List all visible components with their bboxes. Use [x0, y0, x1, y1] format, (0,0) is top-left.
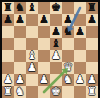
square-g3[interactable] [74, 62, 86, 74]
square-h6[interactable] [86, 26, 98, 38]
square-b2[interactable]: ♟ [14, 74, 26, 86]
square-c7[interactable] [26, 14, 38, 26]
square-h3[interactable] [86, 62, 98, 74]
square-b8[interactable]: ♞ [14, 2, 26, 14]
piece-white-pawn[interactable]: ♟ [51, 50, 61, 62]
square-h2[interactable]: ♟ [86, 74, 98, 86]
square-e7[interactable] [50, 14, 62, 26]
piece-white-pawn[interactable]: ♟ [75, 74, 85, 86]
piece-white-king[interactable]: ♚ [51, 86, 61, 98]
piece-black-rook[interactable]: ♜ [87, 2, 97, 14]
square-a2[interactable]: ♟ [2, 74, 14, 86]
square-c3[interactable]: ♟ [26, 62, 38, 74]
square-h5[interactable] [86, 38, 98, 50]
piece-black-knight[interactable]: ♞ [15, 2, 25, 14]
square-f1[interactable] [62, 86, 74, 98]
square-e2[interactable] [50, 74, 62, 86]
square-c6[interactable] [26, 26, 38, 38]
square-c5[interactable] [26, 38, 38, 50]
square-d7[interactable]: ♟ [38, 14, 50, 26]
square-d2[interactable]: ♟ [38, 74, 50, 86]
square-g2[interactable]: ♟ [74, 74, 86, 86]
piece-white-pawn[interactable]: ♟ [3, 74, 13, 86]
square-d5[interactable] [38, 38, 50, 50]
square-c1[interactable] [26, 86, 38, 98]
square-a6[interactable] [2, 26, 14, 38]
square-f3[interactable]: ♛ [62, 62, 74, 74]
piece-black-knight[interactable]: ♞ [63, 26, 73, 38]
square-a3[interactable] [2, 62, 14, 74]
square-a8[interactable]: ♜ [2, 2, 14, 14]
piece-white-knight[interactable]: ♞ [63, 74, 73, 86]
square-c2[interactable] [26, 74, 38, 86]
square-f7[interactable]: ♟ [62, 14, 74, 26]
piece-black-pawn[interactable]: ♟ [75, 26, 85, 38]
piece-black-rook[interactable]: ♜ [3, 2, 13, 14]
square-e6[interactable]: ♟ [50, 26, 62, 38]
chess-board: ♜♞♝♚♜♟♟♟♟♟♟♞♟♝♝♟♟♛♟♟♟♞♟♟♜♞♚♜ [2, 2, 98, 98]
square-g4[interactable] [74, 50, 86, 62]
square-e1[interactable]: ♚ [50, 86, 62, 98]
square-g1[interactable] [74, 86, 86, 98]
square-g7[interactable] [74, 14, 86, 26]
piece-white-bishop[interactable]: ♝ [27, 50, 37, 62]
piece-black-pawn[interactable]: ♟ [87, 14, 97, 26]
square-f6[interactable]: ♞ [62, 26, 74, 38]
square-d4[interactable] [38, 50, 50, 62]
piece-white-rook[interactable]: ♜ [87, 86, 97, 98]
piece-white-pawn[interactable]: ♟ [27, 62, 37, 74]
square-f5[interactable] [62, 38, 74, 50]
piece-white-queen[interactable]: ♛ [63, 62, 73, 74]
square-b6[interactable] [14, 26, 26, 38]
square-c8[interactable]: ♝ [26, 2, 38, 14]
square-b5[interactable] [14, 38, 26, 50]
square-f8[interactable] [62, 2, 74, 14]
piece-black-king[interactable]: ♚ [51, 2, 61, 14]
square-d3[interactable] [38, 62, 50, 74]
piece-black-pawn[interactable]: ♟ [63, 14, 73, 26]
piece-black-bishop[interactable]: ♝ [51, 38, 61, 50]
piece-white-knight[interactable]: ♞ [15, 86, 25, 98]
square-b3[interactable] [14, 62, 26, 74]
square-g5[interactable] [74, 38, 86, 50]
square-a5[interactable] [2, 38, 14, 50]
square-h7[interactable]: ♟ [86, 14, 98, 26]
piece-white-rook[interactable]: ♜ [3, 86, 13, 98]
chess-board-frame: ♜♞♝♚♜♟♟♟♟♟♟♞♟♝♝♟♟♛♟♟♟♞♟♟♜♞♚♜ [0, 0, 100, 98]
piece-black-pawn[interactable]: ♟ [3, 14, 13, 26]
square-a4[interactable] [2, 50, 14, 62]
square-f4[interactable] [62, 50, 74, 62]
square-g6[interactable]: ♟ [74, 26, 86, 38]
square-e8[interactable]: ♚ [50, 2, 62, 14]
square-b7[interactable]: ♟ [14, 14, 26, 26]
piece-white-pawn[interactable]: ♟ [39, 74, 49, 86]
square-d8[interactable] [38, 2, 50, 14]
square-h8[interactable]: ♜ [86, 2, 98, 14]
square-a1[interactable]: ♜ [2, 86, 14, 98]
piece-black-bishop[interactable]: ♝ [27, 2, 37, 14]
piece-black-pawn[interactable]: ♟ [15, 14, 25, 26]
square-f2[interactable]: ♞ [62, 74, 74, 86]
square-h4[interactable] [86, 50, 98, 62]
square-h1[interactable]: ♜ [86, 86, 98, 98]
square-e4[interactable]: ♟ [50, 50, 62, 62]
square-e5[interactable]: ♝ [50, 38, 62, 50]
square-a7[interactable]: ♟ [2, 14, 14, 26]
piece-white-pawn[interactable]: ♟ [87, 74, 97, 86]
square-d1[interactable] [38, 86, 50, 98]
square-b1[interactable]: ♞ [14, 86, 26, 98]
piece-black-pawn[interactable]: ♟ [51, 26, 61, 38]
square-g8[interactable] [74, 2, 86, 14]
square-b4[interactable] [14, 50, 26, 62]
piece-white-pawn[interactable]: ♟ [15, 74, 25, 86]
square-d6[interactable] [38, 26, 50, 38]
piece-black-pawn[interactable]: ♟ [39, 14, 49, 26]
square-e3[interactable] [50, 62, 62, 74]
square-c4[interactable]: ♝ [26, 50, 38, 62]
